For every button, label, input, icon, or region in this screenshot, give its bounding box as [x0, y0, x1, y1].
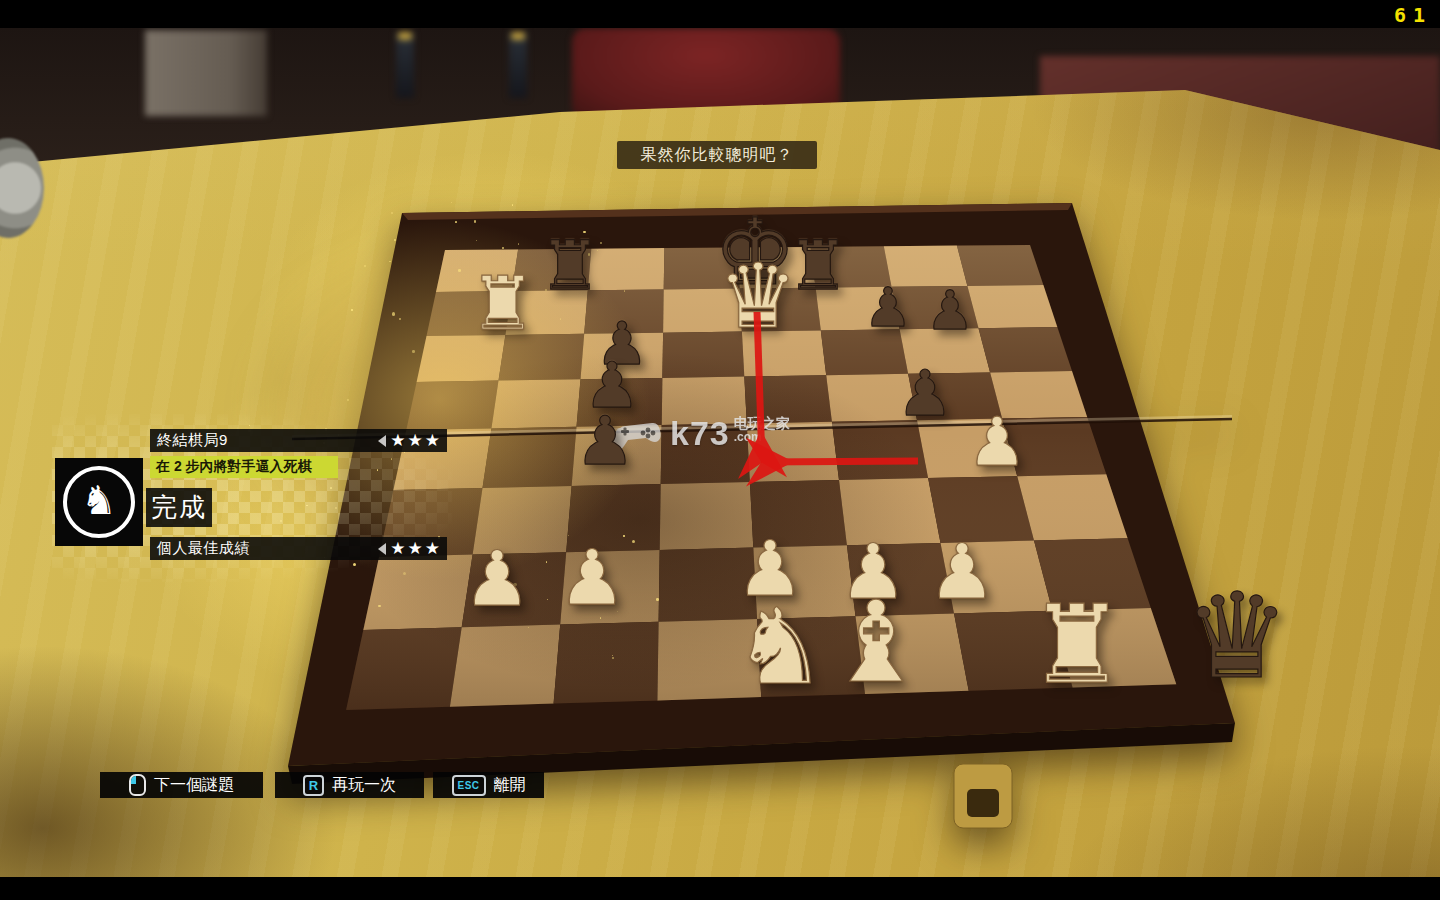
puzzle-objective: 在 2 步內將對手逼入死棋: [156, 458, 312, 476]
piece-black-P-g7[interactable]: ♟: [926, 286, 974, 336]
notch-icon: [378, 543, 386, 555]
piece-white-P-g2[interactable]: ♟: [928, 537, 996, 607]
piece-white-R-a7[interactable]: ♜: [470, 269, 536, 337]
piece-white-P-g4[interactable]: ♟: [967, 412, 1027, 474]
puzzle-title: 終結棋局9: [157, 431, 228, 450]
piece-white-Q-e7[interactable]: ♛: [718, 256, 798, 338]
puzzle-objective-bar: 在 2 步內將對手逼入死棋: [150, 456, 338, 478]
letterbox-bottom: [0, 877, 1440, 900]
next-puzzle-button[interactable]: 下一個謎題: [100, 772, 263, 798]
notch-icon: [378, 435, 386, 447]
personal-best-label: 個人最佳成績: [157, 539, 250, 558]
watermark-suffix: .com: [734, 431, 790, 444]
replay-button[interactable]: R 再玩一次: [275, 772, 424, 798]
piece-white-B-f1[interactable]: ♝: [826, 591, 926, 694]
piece-white-R-h1[interactable]: ♜: [1029, 595, 1126, 694]
fps-counter: 61: [1394, 3, 1432, 27]
piece-black-P-f7[interactable]: ♟: [864, 283, 912, 333]
watermark-site: k73: [670, 416, 730, 450]
piece-white-P-c2[interactable]: ♟: [558, 543, 626, 613]
next-puzzle-label: 下一個謎題: [154, 775, 234, 796]
exit-button[interactable]: ESC 離開: [433, 772, 544, 798]
puzzle-title-bar: 終結棋局9 ★★★: [150, 429, 447, 452]
title-stars: ★★★: [390, 432, 442, 449]
piece-black-R-b8[interactable]: ♜: [540, 235, 601, 298]
knight-icon: ♞: [81, 480, 117, 520]
esc-key-icon: ESC: [452, 775, 486, 796]
piece-white-N-e1[interactable]: ♞: [733, 599, 827, 696]
piece-black-P-g5[interactable]: ♟: [897, 365, 953, 423]
piece-black-P-c4[interactable]: ♟: [575, 411, 635, 473]
game-scene: ♜♚♜♜♛♟♟♟♟♟♟♟♟♟♟♟♟♞♝♜♛ k73 电玩之家 .com: [0, 0, 1440, 900]
personal-best-bar: 個人最佳成績 ★★★: [150, 537, 447, 560]
watermark-tagline: 电玩之家: [734, 416, 790, 431]
opponent-speech-bubble: 果然你比較聰明吧？: [617, 141, 817, 169]
r-key-icon: R: [303, 775, 324, 796]
best-stars: ★★★: [390, 540, 442, 557]
replay-label: 再玩一次: [332, 775, 396, 796]
exit-label: 離開: [494, 775, 526, 796]
piece-white-P-b2[interactable]: ♟: [463, 544, 531, 614]
puzzle-badge: ♞: [55, 458, 143, 546]
mouse-left-click-icon: [129, 774, 146, 796]
badge-ring: ♞: [63, 466, 135, 538]
captured-black-queen: ♛: [1184, 582, 1290, 691]
puzzle-status: 完成: [146, 488, 212, 527]
letterbox-top: 61: [0, 0, 1440, 28]
